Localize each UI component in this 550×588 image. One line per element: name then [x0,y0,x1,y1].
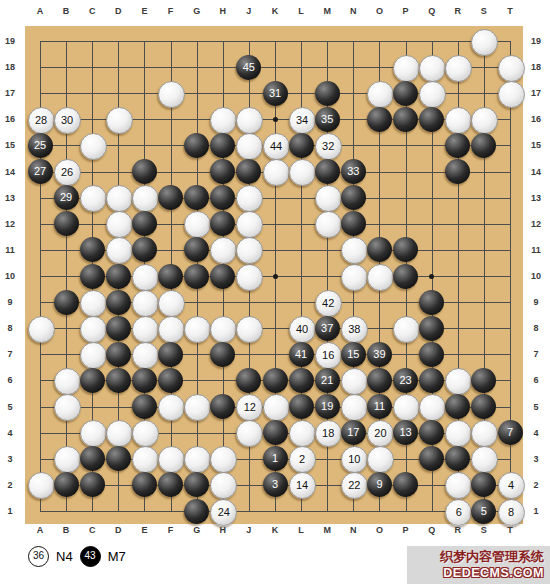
white-stone-k15: 44 [263,133,290,160]
white-stone-f17 [158,81,185,108]
black-stone-j18: 45 [236,55,261,80]
white-stone-l4 [289,420,316,447]
white-stone-t2: 4 [498,472,525,499]
coord-label-col-t-bottom: T [502,525,518,535]
white-stone-h3 [210,446,237,473]
coord-label-row-9-right: 9 [526,297,546,307]
coord-label-col-e-bottom: E [136,525,152,535]
black-stone-b2 [54,472,79,497]
black-stone-n13 [341,185,366,210]
white-stone-l14 [289,159,316,186]
black-stone-h7 [210,342,235,367]
coord-label-row-5-right: 5 [526,402,546,412]
black-stone-m17 [315,81,340,106]
coord-label-col-p-top: P [398,6,414,16]
black-stone-g15 [184,133,209,158]
black-stone-t4: 7 [498,420,523,445]
white-stone-r18 [445,55,472,82]
black-stone-q6 [419,368,444,393]
white-stone-g5 [184,394,211,421]
black-stone-k17: 31 [263,81,288,106]
white-stone-g12 [184,211,211,238]
white-stone-h16 [210,107,237,134]
white-stone-p18 [393,55,420,82]
white-stone-c7 [80,342,107,369]
white-stone-f8 [158,316,185,343]
coord-label-row-13-left: 13 [0,193,20,203]
coord-label-row-19-left: 19 [0,36,20,46]
white-stone-h8 [210,316,237,343]
white-stone-q18 [419,55,446,82]
white-stone-a2 [28,472,55,499]
white-stone-d11 [106,237,133,264]
coord-label-row-14-left: 14 [0,167,20,177]
caption-point-n4: N4 [56,549,73,564]
white-stone-t17 [498,81,525,108]
coord-label-row-1-right: 1 [526,506,546,516]
black-stone-q8 [419,316,444,341]
white-stone-m7: 16 [315,342,342,369]
black-stone-h5 [210,394,235,419]
caption-white-stone-36: 36 [28,546,49,567]
white-stone-n5 [341,394,368,421]
coord-label-col-r-bottom: R [450,525,466,535]
black-stone-m16: 35 [315,107,340,132]
coord-label-col-p-bottom: P [398,525,414,535]
white-stone-m9: 42 [315,290,342,317]
black-stone-g11 [184,237,209,262]
black-stone-q9 [419,290,444,315]
black-stone-e2 [132,472,157,497]
black-stone-g1 [184,499,209,524]
black-stone-g2 [184,472,209,497]
coord-label-col-g-bottom: G [189,525,205,535]
white-stone-s3 [471,446,498,473]
black-stone-m5: 19 [315,394,340,419]
coord-label-col-m-top: M [319,6,335,16]
caption-point-m7: M7 [108,549,126,564]
black-stone-c11 [80,237,105,262]
white-stone-b3 [54,446,81,473]
black-stone-g13 [184,185,209,210]
coord-label-row-15-right: 15 [526,140,546,150]
white-stone-q17 [419,81,446,108]
white-stone-a16: 28 [28,107,55,134]
white-stone-n2: 22 [341,472,368,499]
white-stone-j8 [236,316,263,343]
black-stone-n4: 17 [341,420,366,445]
black-stone-r5 [445,394,470,419]
white-stone-c15 [80,133,107,160]
black-stone-e12 [132,211,157,236]
white-stone-l16: 34 [289,107,316,134]
white-stone-j10 [236,264,263,291]
black-stone-d9 [106,290,131,315]
black-stone-a14: 27 [28,159,53,184]
white-stone-a8 [28,316,55,343]
white-stone-n3: 10 [341,446,368,473]
coord-label-row-7-right: 7 [526,349,546,359]
black-stone-m8: 37 [315,316,340,341]
coord-label-row-9-left: 9 [0,297,20,307]
black-stone-f10 [158,264,183,289]
black-stone-k2: 3 [263,472,288,497]
white-stone-j11 [236,237,263,264]
white-stone-c13 [80,185,107,212]
coord-label-row-11-right: 11 [526,245,546,255]
white-stone-n6 [341,368,368,395]
black-stone-e11 [132,237,157,262]
white-stone-j4 [236,420,263,447]
white-stone-f3 [158,446,185,473]
white-stone-j15 [236,133,263,160]
black-stone-f7 [158,342,183,367]
coord-label-row-13-right: 13 [526,193,546,203]
white-stone-r4 [445,420,472,447]
black-stone-q4 [419,420,444,445]
coord-label-row-7-left: 7 [0,349,20,359]
black-stone-s2 [471,472,496,497]
black-stone-j6 [236,368,261,393]
black-stone-e14 [132,159,157,184]
white-stone-h1: 24 [210,499,237,526]
coord-label-row-18-right: 18 [526,62,546,72]
white-stone-g8 [184,316,211,343]
coord-label-col-f-top: F [163,6,179,16]
black-stone-l15 [289,133,314,158]
coord-label-col-a-bottom: A [32,525,48,535]
black-stone-l5 [289,394,314,419]
black-stone-a15: 25 [28,133,53,158]
coord-label-col-h-bottom: H [215,525,231,535]
grid-line-horizontal [40,511,510,512]
coord-label-col-s-bottom: S [476,525,492,535]
black-stone-s1: 5 [471,499,496,524]
white-stone-j16 [236,107,263,134]
white-stone-q5 [419,394,446,421]
coord-label-row-8-right: 8 [526,323,546,333]
coord-label-col-k-bottom: K [267,525,283,535]
black-stone-b13: 29 [54,185,79,210]
black-stone-r14 [445,159,470,184]
white-stone-j12 [236,211,263,238]
black-stone-f2 [158,472,183,497]
black-stone-n12 [341,211,366,236]
coord-label-col-h-top: H [215,6,231,16]
coord-label-row-12-left: 12 [0,219,20,229]
white-stone-e13 [132,185,159,212]
white-stone-l8: 40 [289,316,316,343]
black-stone-d3 [106,446,131,471]
white-stone-m12 [315,211,342,238]
coord-label-row-10-left: 10 [0,271,20,281]
coord-label-row-3-left: 3 [0,454,20,464]
coord-label-row-19-right: 19 [526,36,546,46]
coord-label-col-o-bottom: O [371,525,387,535]
watermark-line1: 织梦内容管理系统 [407,546,550,565]
black-stone-k6 [263,368,288,393]
star-point-k10 [273,274,278,279]
white-stone-f5 [158,394,185,421]
coord-label-col-l-bottom: L [293,525,309,535]
coord-label-row-1-left: 1 [0,506,20,516]
white-stone-b16: 30 [54,107,81,134]
black-stone-l6 [289,368,314,393]
coord-label-row-4-right: 4 [526,428,546,438]
go-board[interactable]: 4531283034352544322726332942403738411615… [25,26,523,524]
white-stone-c4 [80,420,107,447]
coord-label-row-8-left: 8 [0,323,20,333]
coord-label-col-c-top: C [84,6,100,16]
move-caption: 36 N4 43 M7 [28,545,126,567]
coord-label-col-s-top: S [476,6,492,16]
white-stone-s19 [471,29,498,56]
coord-label-row-3-right: 3 [526,454,546,464]
white-stone-e4 [132,420,159,447]
black-stone-p16 [393,107,418,132]
black-stone-s6 [471,368,496,393]
coord-label-col-b-bottom: B [58,525,74,535]
black-stone-o2: 9 [367,472,392,497]
black-stone-c10 [80,264,105,289]
black-stone-p2 [393,472,418,497]
white-stone-k14 [263,159,290,186]
white-stone-d4 [106,420,133,447]
coord-label-row-16-left: 16 [0,114,20,124]
black-stone-q16 [419,107,444,132]
white-stone-d13 [106,185,133,212]
white-stone-r2 [445,472,472,499]
black-stone-m6: 21 [315,368,340,393]
white-stone-r1: 6 [445,499,472,526]
black-stone-p6: 23 [393,368,418,393]
black-stone-o16 [367,107,392,132]
black-stone-h10 [210,264,235,289]
black-stone-h15 [210,133,235,158]
coord-label-col-q-top: Q [424,6,440,16]
black-stone-d7 [106,342,131,367]
white-stone-p5 [393,394,420,421]
white-stone-b6 [54,368,81,395]
black-stone-l7: 41 [289,342,314,367]
white-stone-r16 [445,107,472,134]
coord-label-col-o-top: O [371,6,387,16]
white-stone-e8 [132,316,159,343]
white-stone-o10 [367,264,394,291]
caption-black-stone-43: 43 [80,546,101,567]
black-stone-b9 [54,290,79,315]
black-stone-n7: 15 [341,342,366,367]
white-stone-t18 [498,55,525,82]
white-stone-b14: 26 [54,159,81,186]
white-stone-e3 [132,446,159,473]
coord-label-col-q-bottom: Q [424,525,440,535]
white-stone-r6 [445,368,472,395]
coord-label-col-d-top: D [110,6,126,16]
black-stone-c2 [80,472,105,497]
black-stone-h12 [210,211,235,236]
watermark: 织梦内容管理系统 DEDECMS.COM [407,546,550,584]
white-stone-n8: 38 [341,316,368,343]
white-stone-d12 [106,211,133,238]
black-stone-c6 [80,368,105,393]
white-stone-h2 [210,472,237,499]
white-stone-p8 [393,316,420,343]
coord-label-row-15-left: 15 [0,140,20,150]
white-stone-t1: 8 [498,499,525,526]
coord-label-row-17-left: 17 [0,88,20,98]
white-stone-m13 [315,185,342,212]
white-stone-s16 [471,107,498,134]
black-stone-p10 [393,264,418,289]
white-stone-o4: 20 [367,420,394,447]
black-stone-k4 [263,420,288,445]
white-stone-c8 [80,316,107,343]
coord-label-col-r-top: R [450,6,466,16]
coord-label-row-4-left: 4 [0,428,20,438]
coord-label-col-a-top: A [32,6,48,16]
coord-label-col-b-top: B [58,6,74,16]
coord-label-col-g-top: G [189,6,205,16]
black-stone-m14 [315,159,340,184]
white-stone-m15: 32 [315,133,342,160]
white-stone-o3 [367,446,394,473]
coord-label-row-6-right: 6 [526,375,546,385]
black-stone-r15 [445,133,470,158]
black-stone-g10 [184,264,209,289]
white-stone-g3 [184,446,211,473]
coord-label-row-10-right: 10 [526,271,546,281]
white-stone-h11 [210,237,237,264]
coord-label-row-12-right: 12 [526,219,546,229]
go-diagram: 4531283034352544322726332942403738411615… [0,0,550,588]
black-stone-h14 [210,159,235,184]
black-stone-e6 [132,368,157,393]
coord-label-row-16-right: 16 [526,114,546,124]
black-stone-o7: 39 [367,342,392,367]
coord-label-col-c-bottom: C [84,525,100,535]
coord-label-col-k-top: K [267,6,283,16]
black-stone-p17 [393,81,418,106]
black-stone-h13 [210,185,235,210]
black-stone-c3 [80,446,105,471]
black-stone-j14 [236,159,261,184]
coord-label-col-f-bottom: F [163,525,179,535]
coord-label-col-t-top: T [502,6,518,16]
black-stone-n14: 33 [341,159,366,184]
coord-label-col-j-top: J [241,6,257,16]
white-stone-o17 [367,81,394,108]
coord-label-row-2-right: 2 [526,480,546,490]
coord-label-row-5-left: 5 [0,402,20,412]
black-stone-d10 [106,264,131,289]
black-stone-s15 [471,133,496,158]
black-stone-d6 [106,368,131,393]
coord-label-row-18-left: 18 [0,62,20,72]
coord-label-col-e-top: E [136,6,152,16]
coord-label-col-n-bottom: N [345,525,361,535]
black-stone-p4: 13 [393,420,418,445]
white-stone-m4: 18 [315,420,342,447]
white-stone-l2: 14 [289,472,316,499]
white-stone-n10 [341,264,368,291]
white-stone-j13 [236,185,263,212]
white-stone-k5 [263,394,290,421]
white-stone-f9 [158,290,185,317]
black-stone-d8 [106,316,131,341]
black-stone-o6 [367,368,392,393]
black-stone-o5: 11 [367,394,392,419]
white-stone-n11 [341,237,368,264]
coord-label-col-m-bottom: M [319,525,335,535]
black-stone-k3: 1 [263,446,288,471]
black-stone-s5 [471,394,496,419]
white-stone-j5: 12 [236,394,263,421]
black-stone-e5 [132,394,157,419]
black-stone-r3 [445,446,470,471]
coord-label-row-11-left: 11 [0,245,20,255]
white-stone-e9 [132,290,159,317]
coord-label-col-d-bottom: D [110,525,126,535]
black-stone-b12 [54,211,79,236]
black-stone-o11 [367,237,392,262]
coord-label-col-j-bottom: J [241,525,257,535]
white-stone-b5 [54,394,81,421]
black-stone-f13 [158,185,183,210]
black-stone-f6 [158,368,183,393]
coord-label-row-14-right: 14 [526,167,546,177]
white-stone-e7 [132,342,159,369]
star-point-q10 [429,274,434,279]
white-stone-c9 [80,290,107,317]
white-stone-l3: 2 [289,446,316,473]
coord-label-row-2-left: 2 [0,480,20,490]
black-stone-q7 [419,342,444,367]
black-stone-p11 [393,237,418,262]
coord-label-row-6-left: 6 [0,375,20,385]
star-point-k16 [273,117,278,122]
coord-label-col-n-top: N [345,6,361,16]
watermark-line2: DEDECMS.COM [407,565,550,581]
white-stone-d16 [106,107,133,134]
black-stone-q3 [419,446,444,471]
coord-label-row-17-right: 17 [526,88,546,98]
white-stone-e10 [132,264,159,291]
coord-label-col-l-top: L [293,6,309,16]
white-stone-s4 [471,420,498,447]
